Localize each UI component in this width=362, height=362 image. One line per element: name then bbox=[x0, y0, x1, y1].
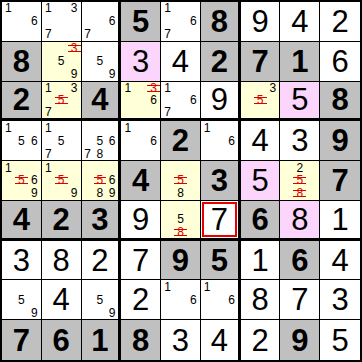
eliminated-candidate-5: 5 bbox=[293, 174, 306, 187]
candidate-9: 9 bbox=[28, 306, 41, 319]
candidate-7: 7 bbox=[42, 28, 55, 41]
cell-r3c9[interactable]: 8 bbox=[320, 82, 360, 122]
cell-r4c3[interactable]: 5678 bbox=[82, 121, 122, 161]
given-digit: 5 bbox=[132, 6, 149, 37]
candidate-1: 1 bbox=[42, 121, 55, 134]
solved-digit: 8 bbox=[251, 284, 268, 315]
candidate-1: 1 bbox=[161, 82, 174, 94]
given-digit: 8 bbox=[132, 325, 149, 356]
solved-digit: 2 bbox=[251, 325, 268, 356]
candidate-6: 6 bbox=[187, 94, 200, 106]
given-digit: 7 bbox=[251, 46, 268, 77]
candidate-6: 6 bbox=[106, 134, 118, 147]
given-digit: 8 bbox=[211, 6, 228, 37]
solved-digit: 4 bbox=[172, 46, 189, 77]
cell-r5c7[interactable]: 5 bbox=[241, 161, 281, 201]
candidate-1: 1 bbox=[121, 82, 134, 94]
cell-r6c2[interactable]: 2 bbox=[42, 201, 82, 241]
candidate-grid: 58 bbox=[161, 201, 200, 238]
cell-r8c7[interactable]: 8 bbox=[241, 280, 281, 320]
cell-r2c8[interactable]: 1 bbox=[280, 42, 320, 82]
cell-r4c1[interactable]: 156 bbox=[2, 121, 42, 161]
cell-r5c2[interactable]: 159 bbox=[42, 161, 82, 201]
candidate-8: 8 bbox=[94, 147, 106, 160]
cell-r7c5[interactable]: 9 bbox=[161, 241, 201, 281]
eliminated-candidate-5: 5 bbox=[254, 94, 267, 106]
candidate-8: 8 bbox=[94, 187, 106, 200]
cell-r9c8[interactable]: 9 bbox=[280, 320, 320, 360]
cell-r8c4[interactable]: 2 bbox=[121, 280, 161, 320]
cell-r6c1[interactable]: 4 bbox=[2, 201, 42, 241]
solved-digit: 8 bbox=[53, 245, 70, 276]
cell-r5c8[interactable]: 258 bbox=[280, 161, 320, 201]
cell-r2c6[interactable]: 2 bbox=[201, 42, 241, 82]
cell-r2c2[interactable]: 359 bbox=[42, 42, 82, 82]
candidate-grid: 136 bbox=[121, 82, 160, 119]
candidate-1: 1 bbox=[2, 161, 15, 174]
candidate-grid: 137 bbox=[42, 2, 81, 41]
candidate-3: 3 bbox=[68, 82, 81, 94]
eliminated-candidate-5: 5 bbox=[55, 94, 68, 106]
candidate-5: 5 bbox=[15, 293, 28, 306]
solved-digit: 3 bbox=[13, 245, 30, 276]
candidate-5: 5 bbox=[94, 55, 106, 68]
cell-r4c8[interactable]: 3 bbox=[280, 121, 320, 161]
solved-digit: 7 bbox=[211, 204, 228, 235]
cell-r5c6[interactable]: 3 bbox=[201, 161, 241, 201]
cell-r4c6[interactable]: 16 bbox=[201, 121, 241, 161]
candidate-1: 1 bbox=[201, 121, 213, 134]
cell-r8c1[interactable]: 59 bbox=[2, 280, 42, 320]
candidate-5: 5 bbox=[55, 134, 68, 147]
cell-r4c5[interactable]: 2 bbox=[161, 121, 201, 161]
candidate-grid: 16 bbox=[201, 280, 238, 319]
cell-r3c6[interactable]: 9 bbox=[201, 82, 241, 122]
candidate-1: 1 bbox=[161, 2, 174, 15]
solved-digit: 1 bbox=[251, 245, 268, 276]
cell-r4c4[interactable]: 16 bbox=[121, 121, 161, 161]
candidate-3: 3 bbox=[267, 82, 280, 94]
cell-r9c4[interactable]: 8 bbox=[121, 320, 161, 360]
candidate-6: 6 bbox=[28, 174, 41, 187]
cell-r3c2[interactable]: 1357 bbox=[42, 82, 82, 122]
candidate-grid: 16 bbox=[201, 121, 238, 160]
candidate-grid: 59 bbox=[82, 42, 119, 81]
candidate-grid: 157 bbox=[42, 121, 81, 160]
solved-digit: 7 bbox=[132, 245, 149, 276]
candidate-1: 1 bbox=[2, 2, 15, 15]
cell-r2c7[interactable]: 7 bbox=[241, 42, 281, 82]
given-digit: 3 bbox=[211, 165, 228, 196]
candidate-9: 9 bbox=[28, 187, 41, 200]
candidate-1: 1 bbox=[42, 161, 55, 174]
cell-r9c5[interactable]: 3 bbox=[161, 320, 201, 360]
cell-r5c5[interactable]: 58 bbox=[161, 161, 201, 201]
candidate-3: 3 bbox=[68, 2, 81, 15]
solved-digit: 1 bbox=[331, 204, 348, 235]
given-digit: 2 bbox=[13, 84, 30, 115]
cell-r7c8[interactable]: 6 bbox=[280, 241, 320, 281]
cell-r9c2[interactable]: 6 bbox=[42, 320, 82, 360]
candidate-5: 5 bbox=[15, 134, 28, 147]
given-digit: 4 bbox=[91, 84, 108, 115]
candidate-9: 9 bbox=[68, 68, 81, 81]
given-digit: 3 bbox=[91, 204, 108, 235]
cell-r8c2[interactable]: 4 bbox=[42, 280, 82, 320]
solved-digit: 4 bbox=[291, 6, 308, 37]
given-digit: 9 bbox=[291, 325, 308, 356]
solved-digit: 4 bbox=[331, 245, 348, 276]
cell-r6c5[interactable]: 58 bbox=[161, 201, 201, 241]
given-digit: 2 bbox=[53, 204, 70, 235]
given-digit: 6 bbox=[53, 325, 70, 356]
cell-r9c3[interactable]: 1 bbox=[82, 320, 122, 360]
eliminated-candidate-5: 5 bbox=[15, 174, 28, 187]
candidate-grid: 59 bbox=[2, 280, 41, 319]
solved-digit: 5 bbox=[331, 325, 348, 356]
given-digit: 8 bbox=[13, 46, 30, 77]
cell-r8c5[interactable]: 16 bbox=[161, 280, 201, 320]
candidate-7: 7 bbox=[161, 106, 174, 118]
candidate-7: 7 bbox=[161, 28, 174, 41]
candidate-1: 1 bbox=[161, 280, 174, 293]
solved-digit: 9 bbox=[251, 6, 268, 37]
cell-r1c2[interactable]: 137 bbox=[42, 2, 82, 42]
given-digit: 2 bbox=[172, 125, 189, 156]
solved-digit: 2 bbox=[132, 284, 149, 315]
given-digit: 5 bbox=[211, 245, 228, 276]
solved-digit: 3 bbox=[132, 46, 149, 77]
solved-digit: 8 bbox=[291, 204, 308, 235]
cell-r6c4[interactable]: 9 bbox=[121, 201, 161, 241]
cell-r2c4[interactable]: 3 bbox=[121, 42, 161, 82]
given-digit: 9 bbox=[172, 245, 189, 276]
eliminated-candidate-3: 3 bbox=[147, 82, 160, 94]
candidate-grid: 167 bbox=[161, 2, 200, 41]
solved-digit: 2 bbox=[91, 245, 108, 276]
solved-digit: 4 bbox=[53, 284, 70, 315]
candidate-6: 6 bbox=[28, 134, 41, 147]
given-digit: 1 bbox=[91, 325, 108, 356]
cell-r1c3[interactable]: 67 bbox=[82, 2, 122, 42]
eliminated-candidate-8: 8 bbox=[293, 187, 306, 200]
candidate-grid: 67 bbox=[82, 2, 119, 41]
candidate-grid: 359 bbox=[42, 42, 81, 81]
candidate-1: 1 bbox=[121, 121, 134, 134]
cell-r9c7[interactable]: 2 bbox=[241, 320, 281, 360]
candidate-grid: 16 bbox=[121, 121, 160, 160]
candidate-2: 2 bbox=[293, 161, 306, 174]
candidate-1: 1 bbox=[42, 2, 55, 15]
cell-r3c8[interactable]: 5 bbox=[280, 82, 320, 122]
candidate-6: 6 bbox=[106, 174, 118, 187]
cell-r1c6[interactable]: 8 bbox=[201, 2, 241, 42]
candidate-6: 6 bbox=[28, 15, 41, 28]
cell-r7c6[interactable]: 5 bbox=[201, 241, 241, 281]
candidate-6: 6 bbox=[225, 293, 237, 306]
solved-digit: 5 bbox=[251, 165, 268, 196]
candidate-grid: 59 bbox=[82, 280, 119, 319]
candidate-5: 5 bbox=[94, 134, 106, 147]
cell-r4c7[interactable]: 4 bbox=[241, 121, 281, 161]
given-digit: 7 bbox=[13, 325, 30, 356]
given-digit: 4 bbox=[132, 165, 149, 196]
cell-r8c3[interactable]: 59 bbox=[82, 280, 122, 320]
cell-r8c9[interactable]: 3 bbox=[320, 280, 360, 320]
candidate-grid: 1357 bbox=[42, 82, 81, 119]
given-digit: 6 bbox=[291, 245, 308, 276]
candidate-1: 1 bbox=[201, 280, 213, 293]
given-digit: 8 bbox=[331, 84, 348, 115]
solved-digit: 5 bbox=[291, 84, 308, 115]
given-digit: 4 bbox=[13, 204, 30, 235]
cell-r6c3[interactable]: 3 bbox=[82, 201, 122, 241]
cell-r3c1[interactable]: 2 bbox=[2, 82, 42, 122]
candidate-6: 6 bbox=[147, 94, 160, 106]
solved-digit: 3 bbox=[172, 325, 189, 356]
eliminated-candidate-3: 3 bbox=[68, 42, 81, 55]
candidate-1: 1 bbox=[2, 121, 15, 134]
cell-r9c6[interactable]: 4 bbox=[201, 320, 241, 360]
solved-digit: 9 bbox=[211, 84, 228, 115]
candidate-grid: 16 bbox=[161, 280, 200, 319]
given-digit: 7 bbox=[331, 165, 348, 196]
sudoku-board: 1613767516789428359593427162135741361679… bbox=[0, 0, 362, 362]
candidate-9: 9 bbox=[106, 68, 118, 81]
solved-digit: 4 bbox=[251, 125, 268, 156]
cell-r2c5[interactable]: 4 bbox=[161, 42, 201, 82]
eliminated-candidate-5: 5 bbox=[94, 174, 106, 187]
candidate-6: 6 bbox=[147, 134, 160, 147]
solved-digit: 6 bbox=[331, 46, 348, 77]
cell-r7c7[interactable]: 1 bbox=[241, 241, 281, 281]
given-digit: 2 bbox=[211, 46, 228, 77]
cell-r4c9[interactable]: 9 bbox=[320, 121, 360, 161]
candidate-8: 8 bbox=[174, 187, 187, 200]
given-digit: 1 bbox=[291, 46, 308, 77]
candidate-5: 5 bbox=[94, 293, 106, 306]
solved-digit: 9 bbox=[132, 204, 149, 235]
candidate-grid: 5678 bbox=[82, 121, 119, 160]
candidate-grid: 1569 bbox=[2, 161, 41, 200]
cell-r1c8[interactable]: 4 bbox=[280, 2, 320, 42]
cell-r6c7[interactable]: 6 bbox=[241, 201, 281, 241]
cell-r8c8[interactable]: 7 bbox=[280, 280, 320, 320]
candidate-5: 5 bbox=[55, 55, 68, 68]
cell-r7c2[interactable]: 8 bbox=[42, 241, 82, 281]
candidate-9: 9 bbox=[106, 187, 118, 200]
cell-r7c4[interactable]: 7 bbox=[121, 241, 161, 281]
cell-r7c9[interactable]: 4 bbox=[320, 241, 360, 281]
given-digit: 9 bbox=[331, 125, 348, 156]
cell-r5c3[interactable]: 5689 bbox=[82, 161, 122, 201]
candidate-9: 9 bbox=[106, 306, 118, 319]
cell-r6c6[interactable]: 7 bbox=[201, 201, 241, 241]
candidate-grid: 167 bbox=[161, 82, 200, 119]
cell-r3c7[interactable]: 35 bbox=[241, 82, 281, 122]
cell-r5c1[interactable]: 1569 bbox=[2, 161, 42, 201]
candidate-grid: 58 bbox=[161, 161, 200, 200]
cell-r2c3[interactable]: 59 bbox=[82, 42, 122, 82]
candidate-6: 6 bbox=[106, 15, 118, 28]
candidate-7: 7 bbox=[82, 147, 94, 160]
cell-r5c4[interactable]: 4 bbox=[121, 161, 161, 201]
cell-r5c9[interactable]: 7 bbox=[320, 161, 360, 201]
cell-r3c3[interactable]: 4 bbox=[82, 82, 122, 122]
cell-r1c5[interactable]: 167 bbox=[161, 2, 201, 42]
candidate-9: 9 bbox=[68, 187, 81, 200]
cell-r6c8[interactable]: 8 bbox=[280, 201, 320, 241]
cell-r3c4[interactable]: 136 bbox=[121, 82, 161, 122]
candidate-7: 7 bbox=[82, 28, 94, 41]
candidate-grid: 16 bbox=[2, 2, 41, 41]
cell-r6c9[interactable]: 1 bbox=[320, 201, 360, 241]
candidate-6: 6 bbox=[187, 15, 200, 28]
cell-r1c4[interactable]: 5 bbox=[121, 2, 161, 42]
cell-r8c6[interactable]: 16 bbox=[201, 280, 241, 320]
solved-digit: 4 bbox=[211, 325, 228, 356]
cell-r2c9[interactable]: 6 bbox=[320, 42, 360, 82]
solved-digit: 2 bbox=[331, 6, 348, 37]
eliminated-candidate-5: 5 bbox=[55, 174, 68, 187]
cell-r9c9[interactable]: 5 bbox=[320, 320, 360, 360]
cell-r7c3[interactable]: 2 bbox=[82, 241, 122, 281]
cell-r9c1[interactable]: 7 bbox=[2, 320, 42, 360]
solved-digit: 3 bbox=[331, 284, 348, 315]
candidate-grid: 156 bbox=[2, 121, 41, 160]
cell-r7c1[interactable]: 3 bbox=[2, 241, 42, 281]
cell-r1c1[interactable]: 16 bbox=[2, 2, 42, 42]
candidate-1: 1 bbox=[42, 82, 55, 94]
cell-r1c7[interactable]: 9 bbox=[241, 2, 281, 42]
candidate-6: 6 bbox=[187, 293, 200, 306]
candidate-grid: 258 bbox=[280, 161, 319, 200]
candidate-5: 5 bbox=[174, 213, 187, 225]
solved-digit: 3 bbox=[291, 125, 308, 156]
candidate-7: 7 bbox=[42, 106, 55, 118]
given-digit: 6 bbox=[251, 204, 268, 235]
cell-r4c2[interactable]: 157 bbox=[42, 121, 82, 161]
candidate-7: 7 bbox=[42, 147, 55, 160]
cell-r3c5[interactable]: 167 bbox=[161, 82, 201, 122]
eliminated-candidate-8: 8 bbox=[174, 225, 187, 237]
candidate-grid: 35 bbox=[241, 82, 280, 119]
eliminated-candidate-5: 5 bbox=[174, 174, 187, 187]
solved-digit: 7 bbox=[291, 284, 308, 315]
cell-r2c1[interactable]: 8 bbox=[2, 42, 42, 82]
candidate-grid: 159 bbox=[42, 161, 81, 200]
candidate-grid: 5689 bbox=[82, 161, 119, 200]
cell-r1c9[interactable]: 2 bbox=[320, 2, 360, 42]
candidate-6: 6 bbox=[225, 134, 237, 147]
